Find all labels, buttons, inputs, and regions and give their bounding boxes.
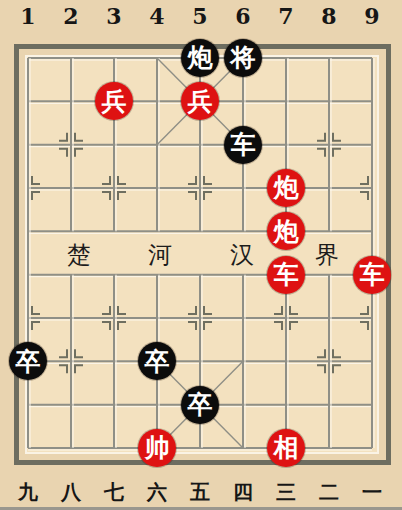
red-cannon[interactable]: 炮 [267, 169, 305, 207]
red-cannon[interactable]: 炮 [267, 212, 305, 250]
file-label-top-7: 7 [278, 3, 293, 29]
file-label-top-6: 6 [235, 3, 250, 29]
red-chariot[interactable]: 车 [353, 256, 391, 294]
file-label-top-1: 1 [20, 3, 35, 29]
file-label-bottom-4: 六 [147, 479, 167, 506]
file-label-bottom-2: 八 [61, 479, 81, 506]
file-label-bottom-1: 九 [18, 479, 38, 506]
file-label-bottom-9: 一 [362, 479, 382, 506]
red-chariot[interactable]: 车 [267, 256, 305, 294]
board-intersections[interactable]: 炮将兵兵车炮炮车车卒卒卒帅相 [7, 36, 394, 469]
red-elephant[interactable]: 相 [267, 429, 305, 467]
xiangqi-app: 123456789 楚河汉界 炮将兵兵车炮炮车车卒卒卒帅相 九八七六五四三二一 [0, 0, 402, 510]
file-label-bottom-6: 四 [233, 479, 253, 506]
red-soldier[interactable]: 兵 [181, 82, 219, 120]
file-label-top-5: 5 [192, 3, 207, 29]
black-general[interactable]: 将 [224, 39, 262, 77]
file-label-top-2: 2 [63, 3, 78, 29]
file-label-top-9: 9 [364, 3, 379, 29]
black-soldier[interactable]: 卒 [138, 342, 176, 380]
black-cannon[interactable]: 炮 [181, 39, 219, 77]
black-soldier[interactable]: 卒 [9, 342, 47, 380]
file-label-bottom-7: 三 [276, 479, 296, 506]
file-label-bottom-8: 二 [319, 479, 339, 506]
file-label-top-8: 8 [321, 3, 336, 29]
file-label-bottom-3: 七 [104, 479, 124, 506]
file-label-top-4: 4 [149, 3, 164, 29]
black-soldier[interactable]: 卒 [181, 386, 219, 424]
red-soldier[interactable]: 兵 [95, 82, 133, 120]
file-label-top-3: 3 [106, 3, 121, 29]
black-chariot[interactable]: 车 [224, 126, 262, 164]
red-general[interactable]: 帅 [138, 429, 176, 467]
file-label-bottom-5: 五 [190, 479, 210, 506]
